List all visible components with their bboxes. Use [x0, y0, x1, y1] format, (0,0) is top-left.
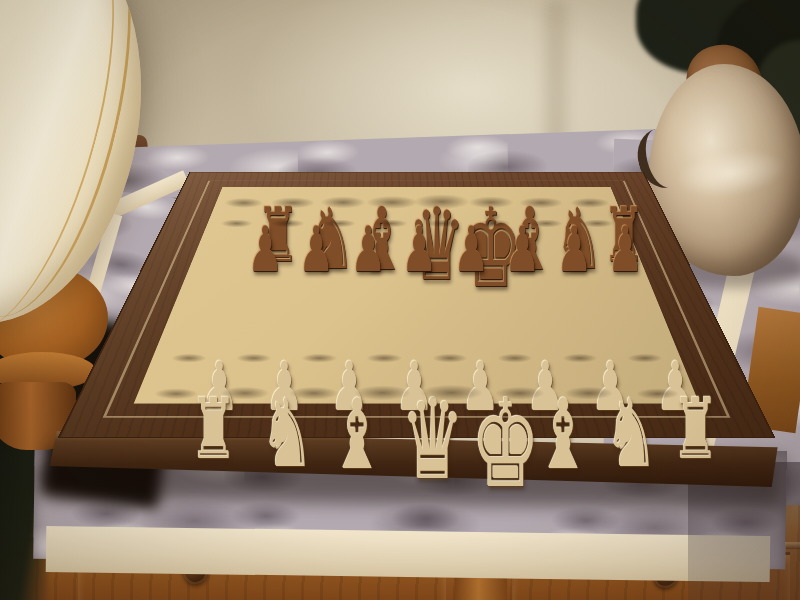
- piece-glyph: ♝: [536, 396, 591, 473]
- piece-glyph: ♟: [504, 225, 540, 275]
- piece-glyph: ♞: [260, 396, 314, 472]
- piece-glyph: ♞: [604, 396, 658, 472]
- piece-glyph: ♟: [247, 225, 283, 275]
- piece-glyph: ♟: [556, 225, 592, 275]
- piece-glyph: ♜: [671, 396, 719, 463]
- piece-glyph: ♟: [298, 225, 334, 275]
- piece-glyph: ♜: [190, 396, 238, 463]
- piece-glyph: ♟: [453, 225, 489, 275]
- piece-glyph: ♟: [350, 225, 386, 275]
- photo-scene: ♜♞♝♛♚♝♞♜♟♟♟♟♟♟♟♟♟♟♟♟♟♟♟♟♜♞♝♛♚♝♞♜: [0, 0, 800, 600]
- chess-board-area: [0, 0, 800, 600]
- piece-glyph: ♝: [329, 396, 384, 473]
- piece-glyph: ♚: [471, 396, 541, 493]
- piece-glyph: ♟: [401, 225, 437, 275]
- piece-glyph: ♟: [608, 225, 644, 275]
- piece-glyph: ♛: [401, 396, 465, 485]
